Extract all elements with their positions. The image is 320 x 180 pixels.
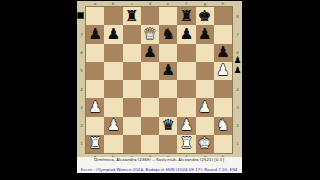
square-g5[interactable] — [196, 62, 214, 80]
square-e5[interactable]: ♟ — [159, 62, 177, 80]
square-g8[interactable]: ♚ — [196, 7, 214, 25]
square-h5[interactable]: ♟ — [214, 62, 232, 80]
square-a6[interactable] — [86, 44, 104, 62]
square-f2[interactable]: ♟ — [177, 117, 195, 135]
square-d7[interactable]: ♛ — [141, 25, 159, 43]
square-b2[interactable]: ♟ — [104, 117, 122, 135]
square-g2[interactable] — [196, 117, 214, 135]
file-label-e: e — [164, 2, 172, 4]
rank-label-7: 7 — [236, 33, 239, 35]
square-e4[interactable] — [159, 80, 177, 98]
black-knight-e7[interactable]: ♞ — [161, 27, 174, 42]
black-pawn-g7[interactable]: ♟ — [198, 27, 211, 42]
square-b6[interactable] — [104, 44, 122, 62]
square-d3[interactable] — [141, 98, 159, 116]
file-label-f: f — [182, 2, 190, 4]
square-a3[interactable]: ♟ — [86, 98, 104, 116]
board-frame: abcdefgh 87654321 ♜♜♚♟♟♛♞♟♟♟♟♟♟♟♟♟♛♟♞♜♜♚… — [77, 1, 242, 157]
square-f5[interactable] — [177, 62, 195, 80]
square-a5[interactable] — [86, 62, 104, 80]
rank-label-4: 4 — [236, 88, 239, 90]
rank-label-2: 2 — [80, 125, 83, 127]
square-e7[interactable]: ♞ — [159, 25, 177, 43]
white-pawn-f2[interactable]: ♟ — [180, 118, 193, 133]
square-g3[interactable]: ♟ — [196, 98, 214, 116]
black-king-g8[interactable]: ♚ — [198, 9, 211, 24]
rank-label-7: 7 — [80, 33, 83, 35]
square-b8[interactable] — [104, 7, 122, 25]
square-g7[interactable]: ♟ — [196, 25, 214, 43]
square-f4[interactable] — [177, 80, 195, 98]
rank-label-1: 1 — [236, 143, 239, 145]
square-a2[interactable] — [86, 117, 104, 135]
rank-label-6: 6 — [80, 52, 83, 54]
rank-label-3: 3 — [236, 106, 239, 108]
square-f8[interactable]: ♜ — [177, 7, 195, 25]
square-f1[interactable]: ♜ — [177, 135, 195, 153]
square-c7[interactable] — [123, 25, 141, 43]
square-e6[interactable] — [159, 44, 177, 62]
white-rook-f1[interactable]: ♜ — [180, 136, 193, 151]
rank-labels-left: 87654321 — [78, 7, 85, 153]
square-c1[interactable] — [123, 135, 141, 153]
square-a1[interactable]: ♜ — [86, 135, 104, 153]
square-c6[interactable] — [123, 44, 141, 62]
white-rook-a1[interactable]: ♜ — [88, 136, 101, 151]
square-e1[interactable] — [159, 135, 177, 153]
rank-label-5: 5 — [80, 70, 83, 72]
white-queen-d7[interactable]: ♛ — [143, 27, 156, 42]
square-c3[interactable] — [123, 98, 141, 116]
game-caption-bar: Dimitrova, Alexandra (2369) -- Kosteniuk… — [77, 157, 242, 173]
captured-pieces-tray: ♟♟ — [233, 55, 242, 75]
square-d1[interactable] — [141, 135, 159, 153]
rank-label-2: 2 — [236, 125, 239, 127]
black-pawn-a7[interactable]: ♟ — [88, 27, 101, 42]
square-g1[interactable]: ♚ — [196, 135, 214, 153]
square-d2[interactable] — [141, 117, 159, 135]
square-h8[interactable] — [214, 7, 232, 25]
square-h7[interactable] — [214, 25, 232, 43]
players-line: Dimitrova, Alexandra (2369) -- Kosteniuk… — [77, 157, 241, 162]
white-pawn-b2[interactable]: ♟ — [107, 118, 120, 133]
file-label-a: a — [91, 2, 99, 4]
square-d4[interactable] — [141, 80, 159, 98]
white-pawn-g3[interactable]: ♟ — [198, 100, 211, 115]
black-pawn-d6[interactable]: ♟ — [143, 45, 156, 60]
square-a4[interactable] — [86, 80, 104, 98]
square-d6[interactable]: ♟ — [141, 44, 159, 62]
square-a7[interactable]: ♟ — [86, 25, 104, 43]
square-h1[interactable] — [214, 135, 232, 153]
rank-label-3: 3 — [80, 106, 83, 108]
rank-label-1: 1 — [80, 143, 83, 145]
white-pawn-h5[interactable]: ♟ — [216, 63, 229, 78]
black-queen-e2[interactable]: ♛ — [161, 118, 174, 133]
file-label-c: c — [128, 2, 136, 4]
square-d8[interactable] — [141, 7, 159, 25]
file-label-d: d — [146, 2, 154, 4]
square-g6[interactable] — [196, 44, 214, 62]
rank-label-4: 4 — [80, 88, 83, 90]
black-pawn-captured-icon: ♟ — [233, 55, 241, 65]
square-d5[interactable] — [141, 62, 159, 80]
black-rook-c8[interactable]: ♜ — [125, 9, 138, 24]
square-g4[interactable] — [196, 80, 214, 98]
square-e8[interactable] — [159, 7, 177, 25]
square-e2[interactable]: ♛ — [159, 117, 177, 135]
square-c2[interactable] — [123, 117, 141, 135]
rank-labels-right: 87654321 — [234, 7, 241, 153]
file-label-g: g — [201, 2, 209, 4]
square-c4[interactable] — [123, 80, 141, 98]
square-h2[interactable]: ♞ — [214, 117, 232, 135]
square-f6[interactable] — [177, 44, 195, 62]
event-line: Event : Olympiad Women 2024, Budapest HU… — [77, 167, 241, 172]
black-pawn-captured-icon: ♟ — [233, 65, 241, 75]
black-to-move-indicator — [77, 12, 84, 19]
white-king-g1[interactable]: ♚ — [198, 136, 211, 151]
square-h4[interactable] — [214, 80, 232, 98]
black-pawn-b7[interactable]: ♟ — [107, 27, 120, 42]
screenshot-root: { "game": "chess", "position": { "fen": … — [0, 0, 320, 180]
square-b3[interactable] — [104, 98, 122, 116]
white-pawn-a3[interactable]: ♟ — [88, 100, 101, 115]
square-b5[interactable] — [104, 62, 122, 80]
square-f7[interactable]: ♟ — [177, 25, 195, 43]
square-b4[interactable] — [104, 80, 122, 98]
white-knight-h2[interactable]: ♞ — [216, 118, 229, 133]
square-e3[interactable] — [159, 98, 177, 116]
square-h6[interactable]: ♟ — [214, 44, 232, 62]
square-f3[interactable] — [177, 98, 195, 116]
file-labels-top: abcdefgh — [86, 1, 232, 6]
square-a8[interactable] — [86, 7, 104, 25]
black-pawn-f7[interactable]: ♟ — [180, 27, 193, 42]
black-pawn-h6[interactable]: ♟ — [216, 45, 229, 60]
chess-board[interactable]: ♜♜♚♟♟♛♞♟♟♟♟♟♟♟♟♟♛♟♞♜♜♚ — [86, 7, 232, 153]
square-h3[interactable] — [214, 98, 232, 116]
rank-label-6: 6 — [236, 52, 239, 54]
square-c5[interactable] — [123, 62, 141, 80]
black-pawn-e5[interactable]: ♟ — [161, 63, 174, 78]
square-b7[interactable]: ♟ — [104, 25, 122, 43]
file-label-h: h — [219, 2, 227, 4]
black-rook-f8[interactable]: ♜ — [180, 9, 193, 24]
square-c8[interactable]: ♜ — [123, 7, 141, 25]
square-b1[interactable] — [104, 135, 122, 153]
file-label-b: b — [109, 2, 117, 4]
rank-label-8: 8 — [236, 15, 239, 17]
